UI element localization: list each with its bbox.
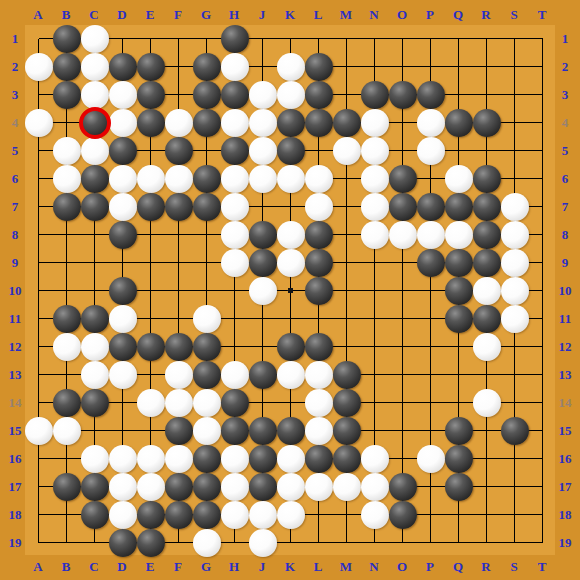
- stone-white-D7: [109, 193, 137, 221]
- stone-white-H8: [221, 221, 249, 249]
- stone-white-L6: [305, 165, 333, 193]
- stone-white-H18: [221, 501, 249, 529]
- stone-white-C13: [81, 361, 109, 389]
- stone-black-Q4: [445, 109, 473, 137]
- row-label-right-2: 2: [562, 60, 569, 73]
- row-label-left-8: 8: [12, 228, 19, 241]
- stone-white-J3: [249, 81, 277, 109]
- stone-white-K16: [277, 445, 305, 473]
- stone-white-K17: [277, 473, 305, 501]
- stone-black-F12: [165, 333, 193, 361]
- stone-white-R12: [473, 333, 501, 361]
- col-label-bottom-N: N: [369, 560, 378, 573]
- col-label-bottom-G: G: [201, 560, 211, 573]
- stone-black-F5: [165, 137, 193, 165]
- stone-black-Q9: [445, 249, 473, 277]
- stone-white-K2: [277, 53, 305, 81]
- stone-white-S10: [501, 277, 529, 305]
- stone-white-C5: [81, 137, 109, 165]
- stone-white-K3: [277, 81, 305, 109]
- row-label-right-12: 12: [559, 340, 572, 353]
- stone-white-H16: [221, 445, 249, 473]
- stone-black-D10: [109, 277, 137, 305]
- row-label-left-19: 19: [9, 536, 22, 549]
- last-move-marker: [79, 107, 111, 139]
- row-label-left-14: 14: [9, 396, 22, 409]
- stone-black-H15: [221, 417, 249, 445]
- stone-black-G18: [193, 501, 221, 529]
- col-label-top-E: E: [146, 8, 155, 21]
- stone-white-O8: [389, 221, 417, 249]
- stone-black-N3: [361, 81, 389, 109]
- stone-black-B11: [53, 305, 81, 333]
- row-label-right-10: 10: [559, 284, 572, 297]
- row-label-left-3: 3: [12, 88, 19, 101]
- stone-white-P5: [417, 137, 445, 165]
- stone-white-H6: [221, 165, 249, 193]
- row-label-left-17: 17: [9, 480, 22, 493]
- stone-black-B2: [53, 53, 81, 81]
- stone-white-B15: [53, 417, 81, 445]
- stone-black-K5: [277, 137, 305, 165]
- stone-black-O18: [389, 501, 417, 529]
- stone-white-E6: [137, 165, 165, 193]
- stone-black-P9: [417, 249, 445, 277]
- stone-black-J15: [249, 417, 277, 445]
- stone-white-R10: [473, 277, 501, 305]
- stone-white-P16: [417, 445, 445, 473]
- stone-white-J4: [249, 109, 277, 137]
- row-label-left-12: 12: [9, 340, 22, 353]
- stone-black-S15: [501, 417, 529, 445]
- stone-black-F7: [165, 193, 193, 221]
- stone-black-P3: [417, 81, 445, 109]
- stone-black-F15: [165, 417, 193, 445]
- row-label-right-15: 15: [559, 424, 572, 437]
- stone-black-B1: [53, 25, 81, 53]
- stone-black-Q16: [445, 445, 473, 473]
- col-label-bottom-Q: Q: [453, 560, 463, 573]
- col-label-top-L: L: [314, 8, 323, 21]
- row-label-left-1: 1: [12, 32, 19, 45]
- row-label-right-6: 6: [562, 172, 569, 185]
- stone-black-E3: [137, 81, 165, 109]
- stone-white-H2: [221, 53, 249, 81]
- row-label-right-17: 17: [559, 480, 572, 493]
- stone-black-B7: [53, 193, 81, 221]
- stone-black-R4: [473, 109, 501, 137]
- stone-black-G3: [193, 81, 221, 109]
- stone-black-G7: [193, 193, 221, 221]
- col-label-top-Q: Q: [453, 8, 463, 21]
- stone-black-B3: [53, 81, 81, 109]
- stone-black-D2: [109, 53, 137, 81]
- stone-black-J9: [249, 249, 277, 277]
- stone-white-N6: [361, 165, 389, 193]
- stone-white-D13: [109, 361, 137, 389]
- stone-black-C17: [81, 473, 109, 501]
- stone-black-O6: [389, 165, 417, 193]
- col-label-top-G: G: [201, 8, 211, 21]
- stone-white-L7: [305, 193, 333, 221]
- stone-white-D11: [109, 305, 137, 333]
- stone-white-L13: [305, 361, 333, 389]
- stone-white-S11: [501, 305, 529, 333]
- col-label-bottom-C: C: [89, 560, 98, 573]
- stone-white-C1: [81, 25, 109, 53]
- col-label-bottom-R: R: [481, 560, 490, 573]
- stone-black-H14: [221, 389, 249, 417]
- stone-white-B6: [53, 165, 81, 193]
- stone-white-N7: [361, 193, 389, 221]
- stone-white-N8: [361, 221, 389, 249]
- row-label-right-7: 7: [562, 200, 569, 213]
- stone-black-D12: [109, 333, 137, 361]
- stone-black-J17: [249, 473, 277, 501]
- stone-black-R11: [473, 305, 501, 333]
- stone-black-B17: [53, 473, 81, 501]
- col-label-top-D: D: [117, 8, 126, 21]
- stone-black-K12: [277, 333, 305, 361]
- stone-black-M13: [333, 361, 361, 389]
- stone-black-K15: [277, 417, 305, 445]
- stone-black-R9: [473, 249, 501, 277]
- stone-white-F4: [165, 109, 193, 137]
- row-label-left-6: 6: [12, 172, 19, 185]
- stone-black-C11: [81, 305, 109, 333]
- stone-black-R6: [473, 165, 501, 193]
- stone-black-J8: [249, 221, 277, 249]
- stone-black-G4: [193, 109, 221, 137]
- stone-black-H3: [221, 81, 249, 109]
- stone-white-J10: [249, 277, 277, 305]
- stone-black-O17: [389, 473, 417, 501]
- stone-white-F6: [165, 165, 193, 193]
- row-label-left-10: 10: [9, 284, 22, 297]
- stone-black-K4: [277, 109, 305, 137]
- stone-black-Q15: [445, 417, 473, 445]
- stone-black-M16: [333, 445, 361, 473]
- stone-black-O3: [389, 81, 417, 109]
- stone-white-H9: [221, 249, 249, 277]
- row-label-left-13: 13: [9, 368, 22, 381]
- row-label-left-18: 18: [9, 508, 22, 521]
- col-label-bottom-H: H: [229, 560, 239, 573]
- col-label-bottom-B: B: [62, 560, 71, 573]
- stone-black-O7: [389, 193, 417, 221]
- row-label-right-19: 19: [559, 536, 572, 549]
- stone-white-Q8: [445, 221, 473, 249]
- col-label-bottom-L: L: [314, 560, 323, 573]
- col-label-top-C: C: [89, 8, 98, 21]
- stone-white-N18: [361, 501, 389, 529]
- row-label-right-13: 13: [559, 368, 572, 381]
- stone-white-P4: [417, 109, 445, 137]
- col-label-bottom-P: P: [426, 560, 434, 573]
- row-label-right-9: 9: [562, 256, 569, 269]
- stone-black-H5: [221, 137, 249, 165]
- stone-white-H4: [221, 109, 249, 137]
- row-label-left-4: 4: [12, 116, 19, 129]
- stone-white-E17: [137, 473, 165, 501]
- stone-white-D6: [109, 165, 137, 193]
- stone-white-J18: [249, 501, 277, 529]
- row-label-right-11: 11: [559, 312, 571, 325]
- stone-white-B5: [53, 137, 81, 165]
- stone-white-D16: [109, 445, 137, 473]
- stone-black-C18: [81, 501, 109, 529]
- col-label-top-T: T: [538, 8, 547, 21]
- stone-white-C2: [81, 53, 109, 81]
- stone-white-S7: [501, 193, 529, 221]
- stone-white-N16: [361, 445, 389, 473]
- col-label-top-S: S: [510, 8, 517, 21]
- stone-white-H7: [221, 193, 249, 221]
- stone-white-K13: [277, 361, 305, 389]
- col-label-top-M: M: [340, 8, 352, 21]
- col-label-bottom-K: K: [285, 560, 295, 573]
- stone-white-M17: [333, 473, 361, 501]
- stone-white-G11: [193, 305, 221, 333]
- stone-white-S8: [501, 221, 529, 249]
- row-label-right-1: 1: [562, 32, 569, 45]
- stone-black-D19: [109, 529, 137, 557]
- stone-white-S9: [501, 249, 529, 277]
- stone-black-F18: [165, 501, 193, 529]
- stone-white-F14: [165, 389, 193, 417]
- stone-black-D8: [109, 221, 137, 249]
- col-label-bottom-F: F: [174, 560, 182, 573]
- stone-black-P7: [417, 193, 445, 221]
- stone-white-D18: [109, 501, 137, 529]
- stone-black-E4: [137, 109, 165, 137]
- row-label-left-15: 15: [9, 424, 22, 437]
- col-label-bottom-O: O: [397, 560, 407, 573]
- stone-white-K9: [277, 249, 305, 277]
- col-label-bottom-T: T: [538, 560, 547, 573]
- stone-white-C12: [81, 333, 109, 361]
- stone-black-Q17: [445, 473, 473, 501]
- row-label-right-18: 18: [559, 508, 572, 521]
- stone-white-H13: [221, 361, 249, 389]
- stone-black-G6: [193, 165, 221, 193]
- col-label-bottom-J: J: [259, 560, 266, 573]
- row-label-left-7: 7: [12, 200, 19, 213]
- stone-white-L14: [305, 389, 333, 417]
- col-label-bottom-E: E: [146, 560, 155, 573]
- col-label-top-J: J: [259, 8, 266, 21]
- stone-black-M14: [333, 389, 361, 417]
- stone-black-Q10: [445, 277, 473, 305]
- stone-white-E16: [137, 445, 165, 473]
- go-board-surface[interactable]: AABBCCDDEEFFGGHHJJKKLLMMNNOOPPQQRRSSTT11…: [0, 0, 580, 580]
- col-label-top-R: R: [481, 8, 490, 21]
- col-label-bottom-M: M: [340, 560, 352, 573]
- stone-white-R14: [473, 389, 501, 417]
- row-label-right-3: 3: [562, 88, 569, 101]
- stone-black-J16: [249, 445, 277, 473]
- stone-black-L10: [305, 277, 333, 305]
- stone-black-H1: [221, 25, 249, 53]
- stone-black-G17: [193, 473, 221, 501]
- stone-white-A4: [25, 109, 53, 137]
- stone-white-P8: [417, 221, 445, 249]
- col-label-top-O: O: [397, 8, 407, 21]
- stone-white-K18: [277, 501, 305, 529]
- row-label-left-2: 2: [12, 60, 19, 73]
- stone-black-C14: [81, 389, 109, 417]
- stone-white-Q6: [445, 165, 473, 193]
- stone-black-Q7: [445, 193, 473, 221]
- stone-black-Q11: [445, 305, 473, 333]
- stone-white-C16: [81, 445, 109, 473]
- stone-white-L17: [305, 473, 333, 501]
- stone-white-N4: [361, 109, 389, 137]
- stone-white-F16: [165, 445, 193, 473]
- col-label-top-F: F: [174, 8, 182, 21]
- row-label-right-4: 4: [562, 116, 569, 129]
- stone-white-F13: [165, 361, 193, 389]
- stone-white-N5: [361, 137, 389, 165]
- row-label-left-16: 16: [9, 452, 22, 465]
- col-label-bottom-S: S: [510, 560, 517, 573]
- stone-black-E7: [137, 193, 165, 221]
- stone-black-E2: [137, 53, 165, 81]
- stone-white-J19: [249, 529, 277, 557]
- row-label-right-5: 5: [562, 144, 569, 157]
- stone-black-L2: [305, 53, 333, 81]
- stone-black-L8: [305, 221, 333, 249]
- stone-white-J6: [249, 165, 277, 193]
- row-label-left-5: 5: [12, 144, 19, 157]
- stone-black-E12: [137, 333, 165, 361]
- col-label-bottom-A: A: [33, 560, 42, 573]
- stone-white-H17: [221, 473, 249, 501]
- stone-black-G16: [193, 445, 221, 473]
- stone-black-L4: [305, 109, 333, 137]
- stone-white-L15: [305, 417, 333, 445]
- stone-black-L3: [305, 81, 333, 109]
- stone-black-E19: [137, 529, 165, 557]
- stone-white-K8: [277, 221, 305, 249]
- row-label-right-16: 16: [559, 452, 572, 465]
- stone-white-D3: [109, 81, 137, 109]
- stone-black-E18: [137, 501, 165, 529]
- row-label-right-14: 14: [559, 396, 572, 409]
- row-label-left-11: 11: [9, 312, 21, 325]
- stone-black-L12: [305, 333, 333, 361]
- stone-black-L9: [305, 249, 333, 277]
- stone-white-C3: [81, 81, 109, 109]
- stone-white-A15: [25, 417, 53, 445]
- stone-white-D4: [109, 109, 137, 137]
- stone-white-E14: [137, 389, 165, 417]
- stone-black-F17: [165, 473, 193, 501]
- stone-black-G12: [193, 333, 221, 361]
- stone-white-G19: [193, 529, 221, 557]
- stone-white-G15: [193, 417, 221, 445]
- stone-black-G2: [193, 53, 221, 81]
- col-label-top-K: K: [285, 8, 295, 21]
- stone-white-A2: [25, 53, 53, 81]
- stone-white-M5: [333, 137, 361, 165]
- stone-black-C6: [81, 165, 109, 193]
- stone-black-J13: [249, 361, 277, 389]
- row-label-left-9: 9: [12, 256, 19, 269]
- stone-white-J5: [249, 137, 277, 165]
- col-label-top-N: N: [369, 8, 378, 21]
- col-label-top-A: A: [33, 8, 42, 21]
- stone-black-B14: [53, 389, 81, 417]
- stone-black-R7: [473, 193, 501, 221]
- stone-black-D5: [109, 137, 137, 165]
- col-label-top-H: H: [229, 8, 239, 21]
- stone-black-G13: [193, 361, 221, 389]
- col-label-top-P: P: [426, 8, 434, 21]
- stone-black-M15: [333, 417, 361, 445]
- stone-black-M4: [333, 109, 361, 137]
- row-label-right-8: 8: [562, 228, 569, 241]
- stone-black-R8: [473, 221, 501, 249]
- stone-white-D17: [109, 473, 137, 501]
- stone-white-G14: [193, 389, 221, 417]
- stone-white-N17: [361, 473, 389, 501]
- stone-black-C7: [81, 193, 109, 221]
- col-label-top-B: B: [62, 8, 71, 21]
- stone-white-B12: [53, 333, 81, 361]
- col-label-bottom-D: D: [117, 560, 126, 573]
- stone-white-K6: [277, 165, 305, 193]
- stone-black-L16: [305, 445, 333, 473]
